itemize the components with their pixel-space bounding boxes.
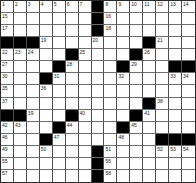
clue-number-53: 53 [170, 146, 176, 152]
cell-r8-c15[interactable] [182, 85, 195, 97]
cell-r13-c13[interactable]: 52 [156, 146, 169, 158]
clue-number-25: 25 [80, 49, 86, 55]
cell-r4-c6[interactable] [66, 37, 79, 49]
cell-r13-c3[interactable] [27, 146, 40, 158]
cell-r8-c9[interactable] [104, 85, 117, 97]
cell-r15-c5[interactable] [53, 170, 66, 182]
cell-r9-c1[interactable]: 37 [1, 98, 14, 110]
cell-r14-c10[interactable] [117, 158, 130, 170]
clue-number-16: 16 [105, 13, 111, 19]
clue-number-40: 40 [80, 110, 86, 116]
cell-r8-c1[interactable]: 35 [1, 85, 14, 97]
cell-r6-c6[interactable]: 28 [66, 61, 79, 73]
cell-r7-c1[interactable]: 30 [1, 73, 14, 85]
cell-r11-c11[interactable]: 45 [130, 122, 143, 134]
cell-r12-c12[interactable] [143, 134, 156, 146]
cell-r5-c5[interactable] [53, 49, 66, 61]
black-cell-r11-c10 [117, 122, 130, 134]
cell-r7-c15[interactable]: 34 [182, 73, 195, 85]
cell-r11-c2[interactable]: 43 [14, 122, 27, 134]
clue-number-44: 44 [67, 122, 73, 128]
cell-r7-c2[interactable] [14, 73, 27, 85]
cell-r14-c14[interactable] [169, 158, 182, 170]
cell-r15-c12[interactable] [143, 170, 156, 182]
clue-number-10: 10 [131, 1, 137, 7]
cell-r2-c15[interactable] [182, 13, 195, 25]
cell-r11-c6[interactable]: 44 [66, 122, 79, 134]
black-cell-r6-c10 [117, 61, 130, 73]
cell-r7-c14[interactable]: 33 [169, 73, 182, 85]
cell-r11-c13[interactable] [156, 122, 169, 134]
cell-r13-c15[interactable]: 54 [182, 146, 195, 158]
black-cell-r10-c2 [14, 110, 27, 122]
black-cell-r6-c14 [169, 61, 182, 73]
clue-number-3: 3 [28, 1, 31, 7]
black-cell-r9-c12 [143, 98, 156, 110]
cell-r2-c7[interactable] [79, 13, 92, 25]
cell-r6-c11[interactable]: 29 [130, 61, 143, 73]
cell-r6-c9[interactable] [104, 61, 117, 73]
black-cell-r14-c8 [92, 158, 105, 170]
cell-r8-c6[interactable] [66, 85, 79, 97]
cell-r1-c11[interactable]: 10 [130, 1, 143, 13]
cell-r14-c15[interactable] [182, 158, 195, 170]
clue-number-45: 45 [131, 122, 137, 128]
cell-r15-c9[interactable]: 58 [104, 170, 117, 182]
cell-r3-c5[interactable] [53, 25, 66, 37]
cell-r1-c5[interactable]: 5 [53, 1, 66, 13]
black-cell-r5-c11 [130, 49, 143, 61]
cell-r10-c3[interactable]: 39 [27, 110, 40, 122]
cell-r13-c1[interactable]: 49 [1, 146, 14, 158]
clue-number-4: 4 [41, 1, 44, 7]
cell-r10-c12[interactable]: 41 [143, 110, 156, 122]
black-cell-r1-c8 [92, 1, 105, 13]
cell-r11-c4[interactable] [40, 122, 53, 134]
black-cell-r10-c1 [1, 110, 14, 122]
cell-r8-c7[interactable] [79, 85, 92, 97]
cell-r13-c2[interactable] [14, 146, 27, 158]
clue-number-19: 19 [41, 37, 47, 43]
cell-r12-c7[interactable] [79, 134, 92, 146]
clue-number-24: 24 [28, 49, 34, 55]
clue-number-38: 38 [157, 98, 163, 104]
clue-number-54: 54 [183, 146, 189, 152]
clue-number-5: 5 [54, 1, 57, 7]
cell-r7-c12[interactable] [143, 73, 156, 85]
cell-r14-c12[interactable] [143, 158, 156, 170]
clue-number-12: 12 [157, 1, 163, 7]
clue-number-55: 55 [2, 158, 8, 164]
cell-r9-c2[interactable] [14, 98, 27, 110]
cell-r8-c4[interactable]: 36 [40, 85, 53, 97]
crossword-grid: 1234567891011121314151617181920212223242… [0, 0, 196, 183]
clue-number-42: 42 [2, 122, 8, 128]
clue-number-56: 56 [105, 158, 111, 164]
clue-number-14: 14 [183, 1, 189, 7]
cell-r14-c1[interactable]: 55 [1, 158, 14, 170]
cell-r10-c10[interactable] [117, 110, 130, 122]
cell-r10-c15[interactable] [182, 110, 195, 122]
cell-r9-c8[interactable] [92, 98, 105, 110]
cell-r3-c7[interactable] [79, 25, 92, 37]
black-cell-r2-c8 [92, 13, 105, 25]
cell-r14-c6[interactable] [66, 158, 79, 170]
cell-r8-c14[interactable] [169, 85, 182, 97]
clue-number-26: 26 [144, 49, 150, 55]
clue-number-6: 6 [67, 1, 70, 7]
cell-r14-c5[interactable] [53, 158, 66, 170]
black-cell-r12-c4 [40, 134, 53, 146]
cell-r4-c15[interactable] [182, 37, 195, 49]
cell-r14-c9[interactable]: 56 [104, 158, 117, 170]
cell-r15-c13[interactable] [156, 170, 169, 182]
clue-number-31: 31 [54, 73, 60, 79]
cell-r2-c4[interactable] [40, 13, 53, 25]
cell-r12-c10[interactable]: 48 [117, 134, 130, 146]
clue-number-29: 29 [131, 61, 137, 67]
cell-r6-c3[interactable] [27, 61, 40, 73]
clue-number-9: 9 [118, 1, 121, 7]
black-cell-r12-c14 [169, 134, 182, 146]
black-cell-r6-c15 [182, 61, 195, 73]
cell-r9-c15[interactable] [182, 98, 195, 110]
cell-r6-c4[interactable] [40, 61, 53, 73]
cell-r7-c13[interactable] [156, 73, 169, 85]
cell-r10-c8[interactable] [92, 110, 105, 122]
cell-r15-c11[interactable] [130, 170, 143, 182]
cell-r7-c8[interactable] [92, 73, 105, 85]
clue-number-51: 51 [105, 146, 111, 152]
cell-r3-c3[interactable] [27, 25, 40, 37]
cell-r3-c11[interactable] [130, 25, 143, 37]
clue-number-11: 11 [144, 1, 149, 7]
clue-number-34: 34 [183, 73, 189, 79]
cell-r11-c9[interactable] [104, 122, 117, 134]
cell-r1-c14[interactable]: 13 [169, 1, 182, 13]
cell-r14-c11[interactable] [130, 158, 143, 170]
clue-number-50: 50 [41, 146, 47, 152]
black-cell-r15-c8 [92, 170, 105, 182]
cell-r11-c12[interactable] [143, 122, 156, 134]
cell-r1-c9[interactable]: 8 [104, 1, 117, 13]
cell-r4-c14[interactable] [169, 37, 182, 49]
cell-r3-c4[interactable] [40, 25, 53, 37]
cell-r7-c5[interactable]: 31 [53, 73, 66, 85]
cell-r9-c13[interactable]: 38 [156, 98, 169, 110]
cell-r5-c12[interactable]: 26 [143, 49, 156, 61]
cell-r2-c1[interactable]: 15 [1, 13, 14, 25]
cell-r1-c12[interactable]: 11 [143, 1, 156, 13]
cell-r5-c1[interactable]: 22 [1, 49, 14, 61]
cell-r5-c14[interactable] [169, 49, 182, 61]
cell-r4-c13[interactable]: 21 [156, 37, 169, 49]
cell-r13-c10[interactable] [117, 146, 130, 158]
cell-r13-c12[interactable] [143, 146, 156, 158]
cell-r1-c1[interactable]: 1 [1, 1, 14, 13]
black-cell-r7-c4 [40, 73, 53, 85]
cell-r2-c11[interactable] [130, 13, 143, 25]
cell-r9-c6[interactable] [66, 98, 79, 110]
black-cell-r4-c12 [143, 37, 156, 49]
cell-r4-c11[interactable] [130, 37, 143, 49]
clue-number-57: 57 [2, 170, 8, 176]
cell-r14-c13[interactable] [156, 158, 169, 170]
clue-number-48: 48 [118, 134, 124, 140]
cell-r4-c5[interactable] [53, 37, 66, 49]
cell-r3-c9[interactable]: 18 [104, 25, 117, 37]
cell-r9-c3[interactable] [27, 98, 40, 110]
cell-r1-c3[interactable]: 3 [27, 1, 40, 13]
cell-r10-c9[interactable] [104, 110, 117, 122]
cell-r3-c12[interactable] [143, 25, 156, 37]
cell-r15-c15[interactable] [182, 170, 195, 182]
cell-r15-c14[interactable] [169, 170, 182, 182]
clue-number-17: 17 [2, 25, 8, 31]
cell-r2-c12[interactable] [143, 13, 156, 25]
cell-r5-c2[interactable]: 23 [14, 49, 27, 61]
clue-number-8: 8 [105, 1, 108, 7]
cell-r6-c2[interactable] [14, 61, 27, 73]
clue-number-46: 46 [2, 134, 8, 140]
cell-r3-c6[interactable] [66, 25, 79, 37]
cell-r14-c2[interactable] [14, 158, 27, 170]
clue-number-28: 28 [67, 61, 73, 67]
cell-r15-c7[interactable] [79, 170, 92, 182]
cell-r3-c1[interactable]: 17 [1, 25, 14, 37]
cell-r1-c13[interactable]: 12 [156, 1, 169, 13]
cell-r9-c5[interactable] [53, 98, 66, 110]
clue-number-33: 33 [170, 73, 176, 79]
cell-r6-c12[interactable] [143, 61, 156, 73]
cell-r11-c8[interactable] [92, 122, 105, 134]
clue-number-43: 43 [15, 122, 21, 128]
cell-r8-c5[interactable] [53, 85, 66, 97]
black-cell-r12-c15 [182, 134, 195, 146]
clue-number-2: 2 [15, 1, 18, 7]
cell-r2-c10[interactable] [117, 13, 130, 25]
cell-r6-c8[interactable] [92, 61, 105, 73]
cell-r7-c7[interactable] [79, 73, 92, 85]
cell-r3-c2[interactable] [14, 25, 27, 37]
cell-r7-c11[interactable] [130, 73, 143, 85]
cell-r10-c7[interactable]: 40 [79, 110, 92, 122]
cell-r9-c14[interactable] [169, 98, 182, 110]
cell-r7-c3[interactable] [27, 73, 40, 85]
cell-r4-c7[interactable] [79, 37, 92, 49]
cell-r10-c13[interactable] [156, 110, 169, 122]
cell-r1-c10[interactable]: 9 [117, 1, 130, 13]
clue-number-27: 27 [2, 61, 8, 67]
cell-r5-c15[interactable] [182, 49, 195, 61]
cell-r15-c1[interactable]: 57 [1, 170, 14, 182]
cell-r10-c5[interactable] [53, 110, 66, 122]
clue-number-58: 58 [105, 170, 111, 176]
cell-r9-c9[interactable] [104, 98, 117, 110]
cell-r13-c9[interactable]: 51 [104, 146, 117, 158]
cell-r4-c4[interactable]: 19 [40, 37, 53, 49]
cell-r1-c4[interactable]: 4 [40, 1, 53, 13]
cell-r8-c3[interactable] [27, 85, 40, 97]
cell-r4-c9[interactable] [104, 37, 117, 49]
black-cell-r4-c3 [27, 37, 40, 49]
cell-r4-c8[interactable]: 20 [92, 37, 105, 49]
cell-r9-c11[interactable] [130, 98, 143, 110]
cell-r14-c7[interactable] [79, 158, 92, 170]
clue-number-41: 41 [144, 110, 150, 116]
cell-r5-c8[interactable] [92, 49, 105, 61]
clue-number-39: 39 [28, 110, 34, 116]
cell-r8-c11[interactable] [130, 85, 143, 97]
cell-r8-c8[interactable] [92, 85, 105, 97]
cell-r15-c10[interactable] [117, 170, 130, 182]
cell-r12-c3[interactable] [27, 134, 40, 146]
clue-number-35: 35 [2, 85, 8, 91]
cell-r7-c9[interactable] [104, 73, 117, 85]
clue-number-1: 1 [2, 1, 5, 7]
clue-number-23: 23 [15, 49, 21, 55]
cell-r9-c10[interactable] [117, 98, 130, 110]
clue-number-36: 36 [41, 85, 47, 91]
cell-r13-c11[interactable] [130, 146, 143, 158]
cell-r5-c4[interactable] [40, 49, 53, 61]
black-cell-r11-c5 [53, 122, 66, 134]
cell-r1-c6[interactable]: 6 [66, 1, 79, 13]
cell-r11-c14[interactable] [169, 122, 182, 134]
cell-r8-c2[interactable] [14, 85, 27, 97]
cell-r13-c14[interactable]: 53 [169, 146, 182, 158]
cell-r13-c4[interactable]: 50 [40, 146, 53, 158]
cell-r12-c1[interactable]: 46 [1, 134, 14, 146]
black-cell-r13-c8 [92, 146, 105, 158]
cell-r11-c7[interactable] [79, 122, 92, 134]
clue-number-22: 22 [2, 49, 8, 55]
cell-r2-c14[interactable] [169, 13, 182, 25]
cell-r12-c11[interactable] [130, 134, 143, 146]
cell-r14-c4[interactable] [40, 158, 53, 170]
clue-number-21: 21 [157, 37, 163, 43]
cell-r4-c10[interactable] [117, 37, 130, 49]
cell-r12-c9[interactable] [104, 134, 117, 146]
clue-number-7: 7 [80, 1, 83, 7]
cell-r6-c13[interactable] [156, 61, 169, 73]
clue-number-15: 15 [2, 13, 8, 19]
clue-number-52: 52 [157, 146, 163, 152]
cell-r11-c1[interactable]: 42 [1, 122, 14, 134]
cell-r6-c7[interactable] [79, 61, 92, 73]
black-cell-r4-c2 [14, 37, 27, 49]
cell-r15-c3[interactable] [27, 170, 40, 182]
black-cell-r6-c5 [53, 61, 66, 73]
cell-r8-c12[interactable] [143, 85, 156, 97]
cell-r7-c10[interactable]: 32 [117, 73, 130, 85]
cell-r5-c3[interactable]: 24 [27, 49, 40, 61]
cell-r9-c4[interactable] [40, 98, 53, 110]
cell-r15-c6[interactable] [66, 170, 79, 182]
black-cell-r12-c13 [156, 134, 169, 146]
cell-r11-c15[interactable] [182, 122, 195, 134]
cell-r8-c13[interactable] [156, 85, 169, 97]
cell-r3-c14[interactable] [169, 25, 182, 37]
cell-r5-c13[interactable] [156, 49, 169, 61]
cell-r5-c7[interactable]: 25 [79, 49, 92, 61]
cell-r8-c10[interactable] [117, 85, 130, 97]
cell-r9-c7[interactable] [79, 98, 92, 110]
cell-r10-c14[interactable] [169, 110, 182, 122]
clue-number-18: 18 [105, 25, 111, 31]
black-cell-r3-c8 [92, 25, 105, 37]
cell-r2-c6[interactable] [66, 13, 79, 25]
clue-number-37: 37 [2, 98, 8, 104]
cell-r13-c7[interactable] [79, 146, 92, 158]
cell-r5-c10[interactable] [117, 49, 130, 61]
cell-r15-c2[interactable] [14, 170, 27, 182]
black-cell-r5-c6 [66, 49, 79, 61]
clue-number-13: 13 [170, 1, 176, 7]
black-cell-r4-c1 [1, 37, 14, 49]
cell-r3-c10[interactable] [117, 25, 130, 37]
cell-r5-c9[interactable] [104, 49, 117, 61]
cell-r2-c13[interactable] [156, 13, 169, 25]
clue-number-32: 32 [118, 73, 124, 79]
cell-r13-c6[interactable] [66, 146, 79, 158]
cell-r1-c2[interactable]: 2 [14, 1, 27, 13]
cell-r12-c6[interactable] [66, 134, 79, 146]
cell-r12-c5[interactable]: 47 [53, 134, 66, 146]
cell-r14-c3[interactable] [27, 158, 40, 170]
clue-number-20: 20 [93, 37, 99, 43]
cell-r2-c2[interactable] [14, 13, 27, 25]
cell-r6-c1[interactable]: 27 [1, 61, 14, 73]
cell-r1-c15[interactable]: 14 [182, 1, 195, 13]
cell-r12-c2[interactable] [14, 134, 27, 146]
black-cell-r10-c11 [130, 110, 143, 122]
crossword-board: 1234567891011121314151617181920212223242… [0, 0, 196, 183]
cell-r15-c4[interactable] [40, 170, 53, 182]
cell-r13-c5[interactable] [53, 146, 66, 158]
clue-number-30: 30 [2, 73, 8, 79]
cell-r3-c15[interactable] [182, 25, 195, 37]
cell-r1-c7[interactable]: 7 [79, 1, 92, 13]
cell-r12-c8[interactable] [92, 134, 105, 146]
cell-r2-c5[interactable] [53, 13, 66, 25]
cell-r2-c9[interactable]: 16 [104, 13, 117, 25]
cell-r10-c4[interactable] [40, 110, 53, 122]
cell-r2-c3[interactable] [27, 13, 40, 25]
cell-r11-c3[interactable] [27, 122, 40, 134]
clue-number-49: 49 [2, 146, 8, 152]
cell-r7-c6[interactable] [66, 73, 79, 85]
clue-number-47: 47 [54, 134, 60, 140]
black-cell-r10-c6 [66, 110, 79, 122]
cell-r3-c13[interactable] [156, 25, 169, 37]
